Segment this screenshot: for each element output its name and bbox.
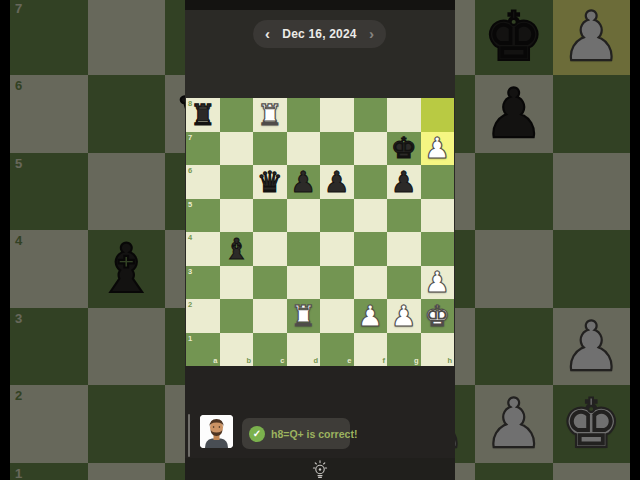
square-b5[interactable]	[220, 199, 254, 233]
white-pawn-g2[interactable]: ♟	[387, 299, 421, 333]
square-e3[interactable]	[320, 266, 354, 300]
black-bishop-b4[interactable]: ♝	[220, 232, 254, 266]
square-e7[interactable]	[320, 132, 354, 166]
black-pawn-d6[interactable]: ♟	[287, 165, 321, 199]
square-f6[interactable]	[354, 165, 388, 199]
file-label-e: e	[347, 356, 351, 365]
square-d8[interactable]	[287, 98, 321, 132]
square-a2[interactable]: 2	[186, 299, 220, 333]
feedback-message: h8=Q+ is correct!	[271, 428, 357, 440]
square-c4[interactable]	[253, 232, 287, 266]
date-navigator: ‹ Dec 16, 2024 ›	[253, 20, 386, 48]
scroll-indicator	[188, 414, 190, 457]
square-g1[interactable]: g	[387, 333, 421, 367]
correct-check-icon: ✓	[249, 426, 265, 442]
square-g6[interactable]: ♟	[387, 165, 421, 199]
square-f5[interactable]	[354, 199, 388, 233]
file-label-h: h	[447, 356, 452, 365]
square-b8[interactable]	[220, 98, 254, 132]
square-a6[interactable]: 6	[186, 165, 220, 199]
file-label-c: c	[280, 356, 284, 365]
square-d7[interactable]	[287, 132, 321, 166]
square-e4[interactable]	[320, 232, 354, 266]
square-c3[interactable]	[253, 266, 287, 300]
square-a1[interactable]: 1a	[186, 333, 220, 367]
square-h8[interactable]	[421, 98, 455, 132]
square-a8[interactable]: 8♜	[186, 98, 220, 132]
square-c6[interactable]: ♛	[253, 165, 287, 199]
square-f7[interactable]	[354, 132, 388, 166]
file-label-b: b	[246, 356, 251, 365]
square-b6[interactable]	[220, 165, 254, 199]
file-label-g: g	[414, 356, 419, 365]
square-c7[interactable]	[253, 132, 287, 166]
user-avatar	[200, 415, 233, 448]
square-a7[interactable]: 7	[186, 132, 220, 166]
file-label-a: a	[213, 356, 217, 365]
square-d3[interactable]	[287, 266, 321, 300]
square-h4[interactable]	[421, 232, 455, 266]
main-board: 8♜♜7♚♟6♛♟♟♟54♝3♟2♜♟♟♚1abcdefgh	[186, 98, 454, 366]
square-e5[interactable]	[320, 199, 354, 233]
square-h5[interactable]	[421, 199, 455, 233]
square-f3[interactable]	[354, 266, 388, 300]
square-h7[interactable]: ♟	[421, 132, 455, 166]
feedback-bubble: ✓ h8=Q+ is correct!	[242, 418, 350, 449]
square-a5[interactable]: 5	[186, 199, 220, 233]
square-e6[interactable]: ♟	[320, 165, 354, 199]
square-f2[interactable]: ♟	[354, 299, 388, 333]
square-d5[interactable]	[287, 199, 321, 233]
rank-label-5: 5	[188, 200, 192, 209]
square-b7[interactable]	[220, 132, 254, 166]
white-king-h2[interactable]: ♚	[421, 299, 455, 333]
white-pawn-f2[interactable]: ♟	[354, 299, 388, 333]
square-f8[interactable]	[354, 98, 388, 132]
square-h6[interactable]	[421, 165, 455, 199]
square-g5[interactable]	[387, 199, 421, 233]
bottom-bar	[185, 458, 455, 480]
square-d1[interactable]: d	[287, 333, 321, 367]
square-g2[interactable]: ♟	[387, 299, 421, 333]
white-pawn-h7[interactable]: ♟	[421, 132, 455, 166]
square-g8[interactable]	[387, 98, 421, 132]
black-king-g7[interactable]: ♚	[387, 132, 421, 166]
rank-label-4: 4	[188, 233, 192, 242]
square-a4[interactable]: 4	[186, 232, 220, 266]
square-c2[interactable]	[253, 299, 287, 333]
square-h3[interactable]: ♟	[421, 266, 455, 300]
status-bar	[185, 0, 455, 10]
lightbulb-icon[interactable]	[312, 460, 328, 480]
next-date-button[interactable]: ›	[369, 20, 374, 48]
square-b3[interactable]	[220, 266, 254, 300]
square-d4[interactable]	[287, 232, 321, 266]
file-label-f: f	[383, 356, 386, 365]
black-queen-c6[interactable]: ♛	[253, 165, 287, 199]
square-d6[interactable]: ♟	[287, 165, 321, 199]
rank-label-1: 1	[188, 334, 192, 343]
black-pawn-g6[interactable]: ♟	[387, 165, 421, 199]
square-c1[interactable]: c	[253, 333, 287, 367]
puzzle-date-label: Dec 16, 2024	[282, 27, 356, 41]
square-b2[interactable]	[220, 299, 254, 333]
square-e8[interactable]	[320, 98, 354, 132]
rank-label-2: 2	[188, 300, 192, 309]
square-f4[interactable]	[354, 232, 388, 266]
square-h1[interactable]: h	[421, 333, 455, 367]
rank-label-7: 7	[188, 133, 192, 142]
square-h2[interactable]: ♚	[421, 299, 455, 333]
square-b4[interactable]: ♝	[220, 232, 254, 266]
avatar-face-icon	[200, 415, 233, 448]
rank-label-6: 6	[188, 166, 192, 175]
square-e2[interactable]	[320, 299, 354, 333]
square-g7[interactable]: ♚	[387, 132, 421, 166]
white-rook-d2[interactable]: ♜	[287, 299, 321, 333]
prev-date-button[interactable]: ‹	[265, 20, 270, 48]
file-label-d: d	[313, 356, 318, 365]
square-g3[interactable]	[387, 266, 421, 300]
square-g4[interactable]	[387, 232, 421, 266]
square-c5[interactable]	[253, 199, 287, 233]
square-e1[interactable]: e	[320, 333, 354, 367]
black-rook-a8[interactable]: ♜	[186, 98, 220, 132]
square-b1[interactable]: b	[220, 333, 254, 367]
black-pawn-e6[interactable]: ♟	[320, 165, 354, 199]
square-f1[interactable]: f	[354, 333, 388, 367]
white-rook-c8[interactable]: ♜	[253, 98, 287, 132]
square-a3[interactable]: 3	[186, 266, 220, 300]
square-d2[interactable]: ♜	[287, 299, 321, 333]
app-screen: ‹ Dec 16, 2024 › 8♜♜7♚♟6♛♟♟♟54♝3♟2♜♟♟♚1a…	[185, 0, 455, 480]
white-pawn-h3[interactable]: ♟	[421, 266, 455, 300]
rank-label-3: 3	[188, 267, 192, 276]
square-c8[interactable]: ♜	[253, 98, 287, 132]
